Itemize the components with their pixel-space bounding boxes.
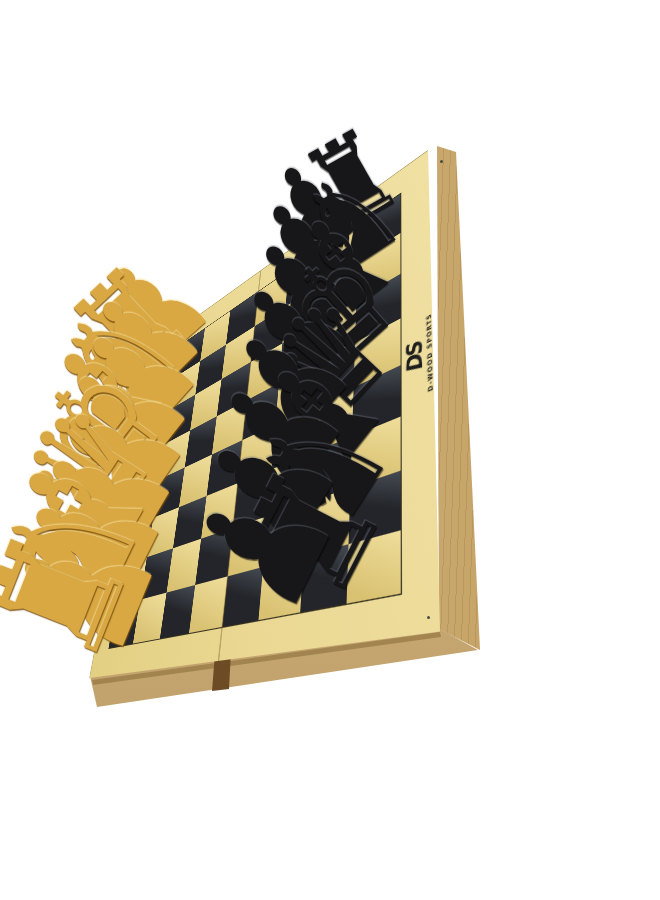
product-photo-stage: DS D-WOOD SPORTS ♜♞♝♚♛♝♞♜♟♟♟♟♟♟♟♟♟♟♟♟♟♟♟… <box>0 0 660 900</box>
pieces-layer: ♜♞♝♚♛♝♞♜♟♟♟♟♟♟♟♟♟♟♟♟♟♟♟♟♜♞♝♚♛♝♞♜ <box>0 0 660 900</box>
brand-logo-text: D-WOOD SPORTS <box>425 307 434 399</box>
nail-dot-bottom <box>427 616 430 619</box>
nail-dot-top <box>440 160 443 163</box>
